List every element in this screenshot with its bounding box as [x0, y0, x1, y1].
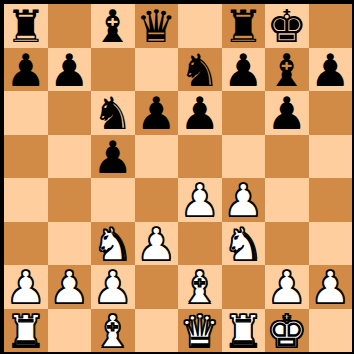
square-c8[interactable]: ♝ — [91, 4, 135, 48]
square-a4[interactable] — [4, 178, 48, 222]
white-pawn-piece[interactable]: ♟ — [6, 265, 46, 308]
square-g8[interactable]: ♚ — [265, 4, 309, 48]
square-f4[interactable]: ♟ — [222, 178, 266, 222]
square-h7[interactable]: ♟ — [309, 48, 353, 92]
square-b5[interactable] — [48, 135, 92, 179]
square-d4[interactable] — [135, 178, 179, 222]
board-frame: ♜♝♛♜♚♟♟♞♟♝♟♞♟♟♟♟♟♟♞♟♞♟♟♟♝♟♟♜♝♛♜♚ — [0, 0, 354, 354]
square-c3[interactable]: ♞ — [91, 222, 135, 266]
white-knight-piece[interactable]: ♞ — [93, 222, 133, 265]
square-b4[interactable] — [48, 178, 92, 222]
square-h4[interactable] — [309, 178, 353, 222]
black-bishop-piece[interactable]: ♝ — [93, 4, 133, 47]
square-a6[interactable] — [4, 91, 48, 135]
black-knight-piece[interactable]: ♞ — [93, 91, 133, 134]
square-d2[interactable] — [135, 265, 179, 309]
white-pawn-piece[interactable]: ♟ — [180, 178, 220, 221]
black-pawn-piece[interactable]: ♟ — [6, 48, 46, 91]
square-e4[interactable]: ♟ — [178, 178, 222, 222]
square-e8[interactable] — [178, 4, 222, 48]
black-bishop-piece[interactable]: ♝ — [267, 48, 307, 91]
black-pawn-piece[interactable]: ♟ — [267, 91, 307, 134]
black-pawn-piece[interactable]: ♟ — [136, 91, 176, 134]
square-c1[interactable]: ♝ — [91, 309, 135, 353]
square-g3[interactable] — [265, 222, 309, 266]
square-d6[interactable]: ♟ — [135, 91, 179, 135]
black-pawn-piece[interactable]: ♟ — [223, 48, 263, 91]
square-a2[interactable]: ♟ — [4, 265, 48, 309]
white-rook-piece[interactable]: ♜ — [6, 309, 46, 352]
square-g7[interactable]: ♝ — [265, 48, 309, 92]
square-e5[interactable] — [178, 135, 222, 179]
square-d5[interactable] — [135, 135, 179, 179]
white-knight-piece[interactable]: ♞ — [223, 222, 263, 265]
black-king-piece[interactable]: ♚ — [267, 4, 307, 47]
square-c4[interactable] — [91, 178, 135, 222]
square-b1[interactable] — [48, 309, 92, 353]
square-c5[interactable]: ♟ — [91, 135, 135, 179]
square-d1[interactable] — [135, 309, 179, 353]
square-h2[interactable]: ♟ — [309, 265, 353, 309]
square-f1[interactable]: ♜ — [222, 309, 266, 353]
square-f3[interactable]: ♞ — [222, 222, 266, 266]
square-c6[interactable]: ♞ — [91, 91, 135, 135]
square-a3[interactable] — [4, 222, 48, 266]
square-b2[interactable]: ♟ — [48, 265, 92, 309]
square-f7[interactable]: ♟ — [222, 48, 266, 92]
square-f5[interactable] — [222, 135, 266, 179]
square-g4[interactable] — [265, 178, 309, 222]
square-a7[interactable]: ♟ — [4, 48, 48, 92]
chess-board: ♜♝♛♜♚♟♟♞♟♝♟♞♟♟♟♟♟♟♞♟♞♟♟♟♝♟♟♜♝♛♜♚ — [4, 4, 352, 352]
square-f8[interactable]: ♜ — [222, 4, 266, 48]
square-h8[interactable] — [309, 4, 353, 48]
square-g6[interactable]: ♟ — [265, 91, 309, 135]
white-pawn-piece[interactable]: ♟ — [93, 265, 133, 308]
square-h1[interactable] — [309, 309, 353, 353]
black-pawn-piece[interactable]: ♟ — [49, 48, 89, 91]
square-d3[interactable]: ♟ — [135, 222, 179, 266]
square-f6[interactable] — [222, 91, 266, 135]
square-a5[interactable] — [4, 135, 48, 179]
square-e6[interactable]: ♟ — [178, 91, 222, 135]
black-pawn-piece[interactable]: ♟ — [310, 48, 350, 91]
white-pawn-piece[interactable]: ♟ — [310, 265, 350, 308]
black-rook-piece[interactable]: ♜ — [6, 4, 46, 47]
white-king-piece[interactable]: ♚ — [267, 309, 307, 352]
square-c7[interactable] — [91, 48, 135, 92]
white-queen-piece[interactable]: ♛ — [180, 309, 220, 352]
white-pawn-piece[interactable]: ♟ — [49, 265, 89, 308]
white-pawn-piece[interactable]: ♟ — [267, 265, 307, 308]
square-g5[interactable] — [265, 135, 309, 179]
square-b6[interactable] — [48, 91, 92, 135]
square-b7[interactable]: ♟ — [48, 48, 92, 92]
black-knight-piece[interactable]: ♞ — [180, 48, 220, 91]
white-pawn-piece[interactable]: ♟ — [223, 178, 263, 221]
square-a8[interactable]: ♜ — [4, 4, 48, 48]
square-h6[interactable] — [309, 91, 353, 135]
black-queen-piece[interactable]: ♛ — [136, 4, 176, 47]
square-e2[interactable]: ♝ — [178, 265, 222, 309]
black-rook-piece[interactable]: ♜ — [223, 4, 263, 47]
square-e1[interactable]: ♛ — [178, 309, 222, 353]
black-pawn-piece[interactable]: ♟ — [180, 91, 220, 134]
square-h3[interactable] — [309, 222, 353, 266]
square-f2[interactable] — [222, 265, 266, 309]
white-rook-piece[interactable]: ♜ — [223, 309, 263, 352]
black-pawn-piece[interactable]: ♟ — [93, 135, 133, 178]
white-bishop-piece[interactable]: ♝ — [93, 309, 133, 352]
square-b3[interactable] — [48, 222, 92, 266]
square-g1[interactable]: ♚ — [265, 309, 309, 353]
square-c2[interactable]: ♟ — [91, 265, 135, 309]
square-h5[interactable] — [309, 135, 353, 179]
square-g2[interactable]: ♟ — [265, 265, 309, 309]
square-a1[interactable]: ♜ — [4, 309, 48, 353]
square-e3[interactable] — [178, 222, 222, 266]
white-bishop-piece[interactable]: ♝ — [180, 265, 220, 308]
square-b8[interactable] — [48, 4, 92, 48]
square-e7[interactable]: ♞ — [178, 48, 222, 92]
square-d7[interactable] — [135, 48, 179, 92]
square-d8[interactable]: ♛ — [135, 4, 179, 48]
white-pawn-piece[interactable]: ♟ — [136, 222, 176, 265]
